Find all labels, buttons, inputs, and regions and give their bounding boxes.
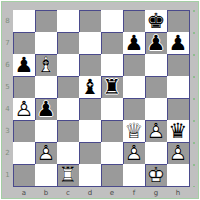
square-f3[interactable]: ♛♕ (123, 120, 145, 142)
square-g3[interactable]: ♟♙ (145, 120, 167, 142)
piece-black-bishop-d5: ♝ (79, 76, 101, 98)
square-g1[interactable]: ♚♔ (145, 164, 167, 186)
piece-white-pawn-g3: ♟♙ (145, 120, 167, 142)
file-label-g: g (145, 189, 167, 199)
square-c7[interactable] (57, 32, 79, 54)
file-label-c: c (57, 189, 79, 199)
white-pawn-outline-icon: ♙ (13, 98, 35, 120)
square-d6[interactable] (79, 54, 101, 76)
piece-white-pawn-a4: ♟♙ (13, 98, 35, 120)
square-h2[interactable]: ♟♙ (167, 142, 189, 164)
piece-white-pawn-b2: ♟♙ (35, 142, 57, 164)
square-e5[interactable]: ♜ (101, 76, 123, 98)
square-g5[interactable] (145, 76, 167, 98)
piece-black-pawn-h7: ♟ (167, 32, 189, 54)
white-king-outline-icon: ♔ (145, 164, 167, 186)
rank-label-7: 7 (3, 32, 12, 54)
square-c6[interactable] (57, 54, 79, 76)
piece-black-pawn-a6: ♟ (13, 54, 35, 76)
square-f6[interactable] (123, 54, 145, 76)
square-a6[interactable]: ♟ (13, 54, 35, 76)
square-f1[interactable] (123, 164, 145, 186)
square-f2[interactable]: ♟♙ (123, 142, 145, 164)
piece-white-rook-c1: ♜♖ (57, 164, 79, 186)
square-e8[interactable] (101, 10, 123, 32)
square-c5[interactable] (57, 76, 79, 98)
rank-label-6: 6 (3, 54, 12, 76)
square-e7[interactable] (101, 32, 123, 54)
square-b8[interactable] (35, 10, 57, 32)
white-rook-outline-icon: ♖ (57, 164, 79, 186)
square-d8[interactable] (79, 10, 101, 32)
square-b7[interactable] (35, 32, 57, 54)
file-label-b: b (35, 189, 57, 199)
square-g6[interactable] (145, 54, 167, 76)
board-frame: ♚♟♟♟♟♝♗♝♜♟♙♟♛♕♟♙♛♟♙♟♙♟♙♜♖♚♔ 87654321 abc… (0, 0, 200, 200)
rank-label-4: 4 (3, 98, 12, 120)
chess-board: ♚♟♟♟♟♝♗♝♜♟♙♟♛♕♟♙♛♟♙♟♙♟♙♜♖♚♔ (13, 10, 190, 187)
square-e2[interactable] (101, 142, 123, 164)
piece-black-pawn-g7: ♟ (145, 32, 167, 54)
white-pawn-outline-icon: ♙ (167, 142, 189, 164)
square-b4[interactable]: ♟ (35, 98, 57, 120)
file-label-d: d (79, 189, 101, 199)
square-e4[interactable] (101, 98, 123, 120)
white-queen-outline-icon: ♕ (123, 120, 145, 142)
square-c4[interactable] (57, 98, 79, 120)
square-c3[interactable] (57, 120, 79, 142)
square-c2[interactable] (57, 142, 79, 164)
square-g2[interactable] (145, 142, 167, 164)
square-d4[interactable] (79, 98, 101, 120)
piece-white-pawn-h2: ♟♙ (167, 142, 189, 164)
square-a5[interactable] (13, 76, 35, 98)
square-e3[interactable] (101, 120, 123, 142)
square-d5[interactable]: ♝ (79, 76, 101, 98)
file-label-a: a (13, 189, 35, 199)
square-a1[interactable] (13, 164, 35, 186)
piece-black-king-g8: ♚ (145, 10, 167, 32)
square-e6[interactable] (101, 54, 123, 76)
square-h5[interactable] (167, 76, 189, 98)
rank-label-8: 8 (3, 10, 12, 32)
square-f7[interactable]: ♟ (123, 32, 145, 54)
square-g7[interactable]: ♟ (145, 32, 167, 54)
piece-white-pawn-f2: ♟♙ (123, 142, 145, 164)
white-bishop-outline-icon: ♗ (35, 54, 57, 76)
rank-label-2: 2 (3, 142, 12, 164)
square-a7[interactable] (13, 32, 35, 54)
square-a3[interactable] (13, 120, 35, 142)
piece-black-pawn-b4: ♟ (35, 98, 57, 120)
square-d7[interactable] (79, 32, 101, 54)
file-label-e: e (101, 189, 123, 199)
square-b3[interactable] (35, 120, 57, 142)
piece-black-queen-h3: ♛ (167, 120, 189, 142)
rank-label-5: 5 (3, 76, 12, 98)
square-e1[interactable] (101, 164, 123, 186)
square-d1[interactable] (79, 164, 101, 186)
square-a8[interactable] (13, 10, 35, 32)
square-h7[interactable]: ♟ (167, 32, 189, 54)
square-b5[interactable] (35, 76, 57, 98)
square-b1[interactable] (35, 164, 57, 186)
square-f8[interactable] (123, 10, 145, 32)
white-pawn-outline-icon: ♙ (123, 142, 145, 164)
piece-black-pawn-f7: ♟ (123, 32, 145, 54)
square-a4[interactable]: ♟♙ (13, 98, 35, 120)
file-label-f: f (123, 189, 145, 199)
square-h1[interactable] (167, 164, 189, 186)
square-b6[interactable]: ♝♗ (35, 54, 57, 76)
piece-black-rook-e5: ♜ (101, 76, 123, 98)
square-h6[interactable] (167, 54, 189, 76)
square-f5[interactable] (123, 76, 145, 98)
file-label-h: h (167, 189, 189, 199)
piece-white-king-g1: ♚♔ (145, 164, 167, 186)
square-f4[interactable] (123, 98, 145, 120)
piece-white-queen-f3: ♛♕ (123, 120, 145, 142)
piece-white-bishop-b6: ♝♗ (35, 54, 57, 76)
square-h8[interactable] (167, 10, 189, 32)
square-c8[interactable] (57, 10, 79, 32)
rank-ticks (193, 10, 195, 187)
square-h4[interactable] (167, 98, 189, 120)
rank-label-3: 3 (3, 120, 12, 142)
white-pawn-outline-icon: ♙ (35, 142, 57, 164)
square-h3[interactable]: ♛ (167, 120, 189, 142)
square-g4[interactable] (145, 98, 167, 120)
square-c1[interactable]: ♜♖ (57, 164, 79, 186)
square-b2[interactable]: ♟♙ (35, 142, 57, 164)
square-d3[interactable] (79, 120, 101, 142)
square-g8[interactable]: ♚ (145, 10, 167, 32)
white-pawn-outline-icon: ♙ (145, 120, 167, 142)
square-a2[interactable] (13, 142, 35, 164)
rank-label-1: 1 (3, 164, 12, 186)
square-d2[interactable] (79, 142, 101, 164)
